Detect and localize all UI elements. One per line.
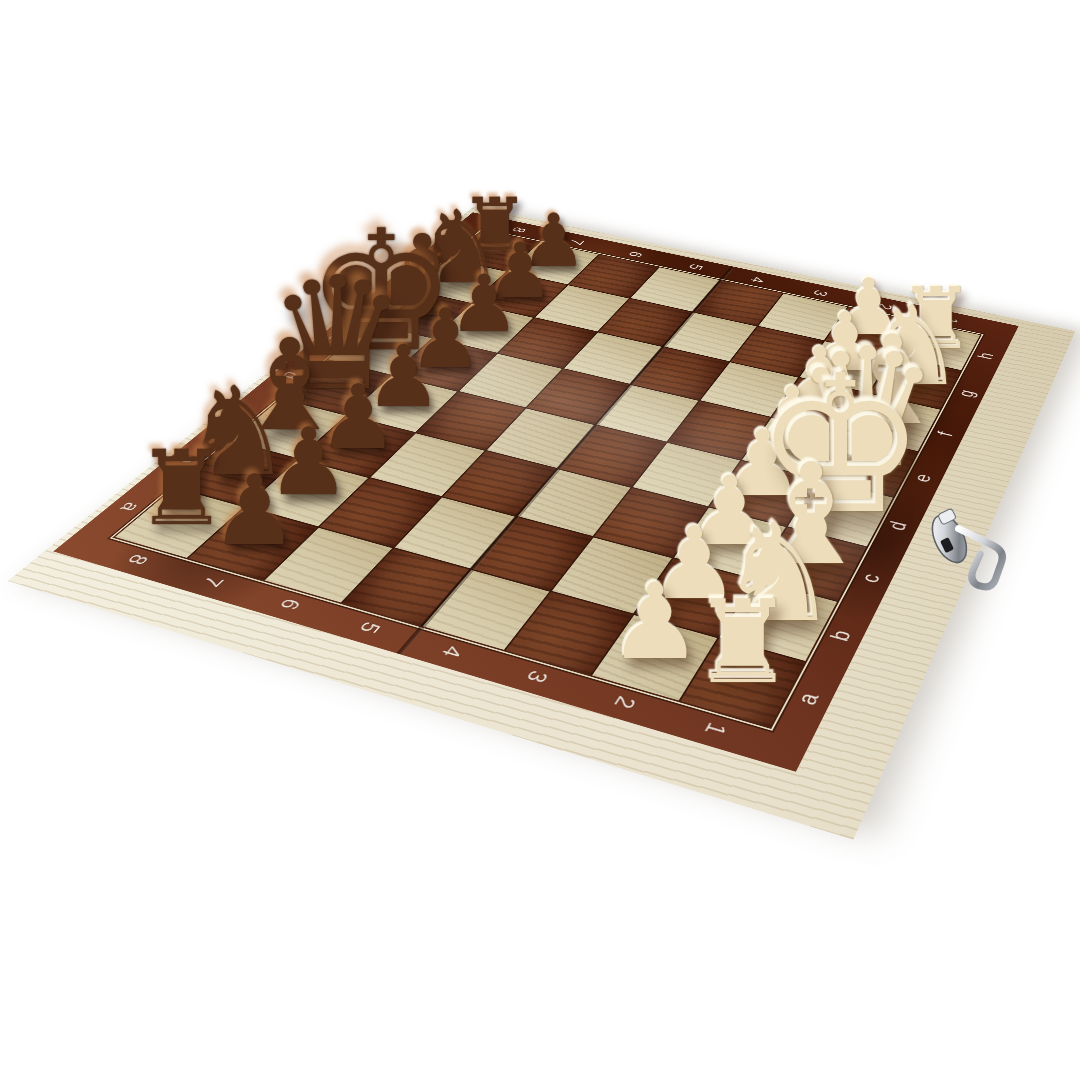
- product-photo-scene: aa88bb77cc66dd55ee44ff33gg22hh11 ♜♞♝♛♚♝♞…: [0, 0, 1080, 1080]
- metal-clasp-icon: [928, 498, 1030, 600]
- clasp-plate: [928, 508, 973, 568]
- board-plane: aa88bb77cc66dd55ee44ff33gg22hh11: [53, 212, 1018, 771]
